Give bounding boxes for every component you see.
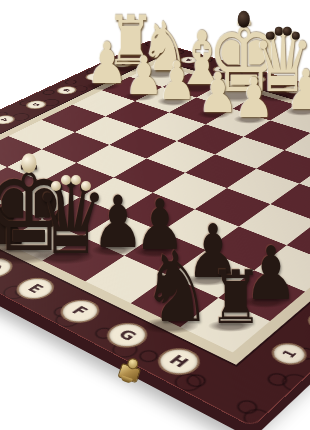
pieces-layer: ♜♞♟♝♚♛♟♟♟♟♟♟♟♟♚♛♟♟♞♜ (0, 0, 310, 430)
black-rook[interactable]: ♜ (209, 261, 263, 335)
white-pawn-3[interactable]: ♟ (158, 55, 197, 108)
black-knight[interactable]: ♞ (142, 240, 213, 338)
white-pawn-4[interactable]: ♟ (198, 66, 238, 121)
chess-set-photo: AABBCCDDEEFFGGHH1122334455667788 ♜♞♟♝♚♛♟… (0, 0, 310, 430)
white-pawn-1[interactable]: ♟ (86, 36, 128, 93)
white-pawn-5[interactable]: ♟ (234, 71, 274, 126)
white-pawn-6[interactable]: ♟ (286, 63, 310, 118)
king-finial (21, 153, 36, 173)
